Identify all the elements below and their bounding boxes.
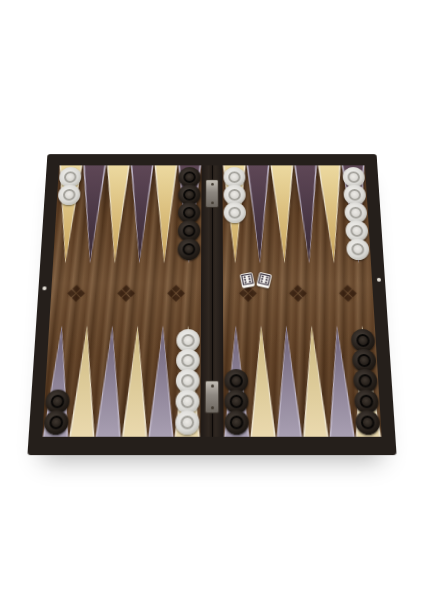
point-top-5[interactable] <box>152 165 178 266</box>
point-bottom-10[interactable] <box>299 322 329 437</box>
stack-top-left-6 <box>176 167 201 260</box>
checker-black[interactable] <box>225 410 249 434</box>
checker-black[interactable] <box>177 239 200 260</box>
point-top-4[interactable] <box>127 165 154 266</box>
hinge-icon <box>205 380 220 413</box>
stack-bottom-right-1 <box>223 322 250 434</box>
ornament-icon: ❖ <box>287 283 309 306</box>
hinge-icon <box>205 179 219 207</box>
die-2[interactable]: ⚅ <box>256 272 272 289</box>
ornament-icon: ❖ <box>165 283 187 306</box>
clasp-pin <box>377 278 381 282</box>
stack-top-left-1 <box>57 167 83 205</box>
die-1[interactable]: ⚅ <box>240 272 256 288</box>
checker-white[interactable] <box>346 239 370 260</box>
stack-bottom-left-6 <box>174 322 201 434</box>
center-bar <box>200 165 223 436</box>
stack-bottom-right-6 <box>349 322 381 434</box>
point-top-3[interactable] <box>102 165 130 266</box>
stack-top-right-6 <box>341 167 370 260</box>
backgammon-board: ❖ ❖ ❖ ❖ ❖ ❖ ⚅ ⚅ <box>27 154 396 455</box>
point-top-9[interactable] <box>270 165 297 266</box>
clasp-pin <box>42 286 46 290</box>
point-bottom-5[interactable] <box>148 322 176 437</box>
ornament-icon: ❖ <box>337 283 360 306</box>
checker-white[interactable] <box>175 410 199 434</box>
board-half-right: ❖ ❖ ❖ ⚅ ⚅ <box>222 165 381 436</box>
checker-black[interactable] <box>44 410 69 434</box>
board-half-left: ❖ ❖ ❖ <box>42 165 201 436</box>
stack-top-right-1 <box>222 167 247 223</box>
point-bottom-3[interactable] <box>95 322 125 437</box>
midband-left: ❖ ❖ ❖ <box>49 267 201 323</box>
checker-white[interactable] <box>58 185 81 205</box>
photo-stage: ❖ ❖ ❖ ❖ ❖ ❖ ⚅ ⚅ <box>38 140 386 452</box>
point-bottom-4[interactable] <box>121 322 150 437</box>
point-top-8[interactable] <box>246 165 272 266</box>
checker-white[interactable] <box>224 202 246 223</box>
point-bottom-8[interactable] <box>248 322 276 437</box>
checker-black[interactable] <box>355 410 380 434</box>
dice-pair: ⚅ ⚅ <box>241 273 271 287</box>
point-bottom-9[interactable] <box>274 322 303 437</box>
ornament-icon: ❖ <box>115 283 137 306</box>
ornament-icon: ❖ <box>65 283 88 306</box>
point-top-10[interactable] <box>294 165 322 266</box>
